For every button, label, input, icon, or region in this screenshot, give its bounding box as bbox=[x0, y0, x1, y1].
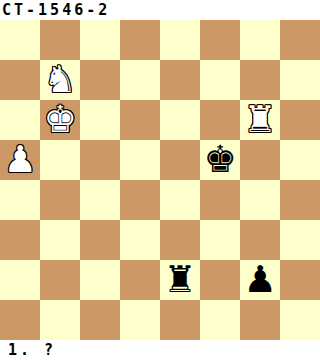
square-h2[interactable] bbox=[280, 260, 320, 300]
square-g7[interactable] bbox=[240, 60, 280, 100]
square-d4[interactable] bbox=[120, 180, 160, 220]
square-g6[interactable]: ♜ bbox=[240, 100, 280, 140]
square-c4[interactable] bbox=[80, 180, 120, 220]
square-c5[interactable] bbox=[80, 140, 120, 180]
square-c6[interactable] bbox=[80, 100, 120, 140]
square-f5[interactable]: ♚ bbox=[200, 140, 240, 180]
square-f4[interactable] bbox=[200, 180, 240, 220]
square-d3[interactable] bbox=[120, 220, 160, 260]
square-f1[interactable] bbox=[200, 300, 240, 340]
puzzle-id: CT-1546-2 bbox=[0, 0, 320, 20]
square-b1[interactable] bbox=[40, 300, 80, 340]
square-e5[interactable] bbox=[160, 140, 200, 180]
square-b7[interactable]: ♞ bbox=[40, 60, 80, 100]
move-prompt: 1. ? bbox=[0, 340, 320, 360]
square-b3[interactable] bbox=[40, 220, 80, 260]
square-c1[interactable] bbox=[80, 300, 120, 340]
square-f7[interactable] bbox=[200, 60, 240, 100]
square-h7[interactable] bbox=[280, 60, 320, 100]
square-h6[interactable] bbox=[280, 100, 320, 140]
square-g8[interactable] bbox=[240, 20, 280, 60]
piece-black-rook-e2[interactable]: ♜ bbox=[163, 260, 196, 300]
square-b5[interactable] bbox=[40, 140, 80, 180]
square-a1[interactable] bbox=[0, 300, 40, 340]
square-h1[interactable] bbox=[280, 300, 320, 340]
square-c3[interactable] bbox=[80, 220, 120, 260]
square-b4[interactable] bbox=[40, 180, 80, 220]
square-g3[interactable] bbox=[240, 220, 280, 260]
chess-board: ♞♚♜♟♚♜♟ bbox=[0, 20, 320, 340]
square-e3[interactable] bbox=[160, 220, 200, 260]
square-a2[interactable] bbox=[0, 260, 40, 300]
square-f2[interactable] bbox=[200, 260, 240, 300]
square-d2[interactable] bbox=[120, 260, 160, 300]
square-a7[interactable] bbox=[0, 60, 40, 100]
square-f6[interactable] bbox=[200, 100, 240, 140]
square-d7[interactable] bbox=[120, 60, 160, 100]
square-b2[interactable] bbox=[40, 260, 80, 300]
square-d5[interactable] bbox=[120, 140, 160, 180]
square-c8[interactable] bbox=[80, 20, 120, 60]
piece-white-pawn-a5[interactable]: ♟ bbox=[3, 140, 36, 180]
square-f8[interactable] bbox=[200, 20, 240, 60]
square-h3[interactable] bbox=[280, 220, 320, 260]
square-d6[interactable] bbox=[120, 100, 160, 140]
square-c2[interactable] bbox=[80, 260, 120, 300]
square-d8[interactable] bbox=[120, 20, 160, 60]
chess-puzzle-window: CT-1546-2 ♞♚♜♟♚♜♟ 1. ? bbox=[0, 0, 320, 360]
square-a3[interactable] bbox=[0, 220, 40, 260]
square-d1[interactable] bbox=[120, 300, 160, 340]
square-e2[interactable]: ♜ bbox=[160, 260, 200, 300]
piece-black-pawn-g2[interactable]: ♟ bbox=[243, 260, 276, 300]
square-h8[interactable] bbox=[280, 20, 320, 60]
square-g4[interactable] bbox=[240, 180, 280, 220]
square-c7[interactable] bbox=[80, 60, 120, 100]
square-b8[interactable] bbox=[40, 20, 80, 60]
square-a8[interactable] bbox=[0, 20, 40, 60]
square-b6[interactable]: ♚ bbox=[40, 100, 80, 140]
square-g1[interactable] bbox=[240, 300, 280, 340]
square-h5[interactable] bbox=[280, 140, 320, 180]
square-a6[interactable] bbox=[0, 100, 40, 140]
square-g2[interactable]: ♟ bbox=[240, 260, 280, 300]
square-h4[interactable] bbox=[280, 180, 320, 220]
piece-white-rook-g6[interactable]: ♜ bbox=[243, 100, 276, 140]
square-g5[interactable] bbox=[240, 140, 280, 180]
square-f3[interactable] bbox=[200, 220, 240, 260]
square-e6[interactable] bbox=[160, 100, 200, 140]
square-a4[interactable] bbox=[0, 180, 40, 220]
square-e7[interactable] bbox=[160, 60, 200, 100]
piece-white-king-b6[interactable]: ♚ bbox=[43, 100, 76, 140]
piece-black-king-f5[interactable]: ♚ bbox=[203, 140, 236, 180]
square-e1[interactable] bbox=[160, 300, 200, 340]
square-a5[interactable]: ♟ bbox=[0, 140, 40, 180]
square-e4[interactable] bbox=[160, 180, 200, 220]
square-e8[interactable] bbox=[160, 20, 200, 60]
piece-white-knight-b7[interactable]: ♞ bbox=[43, 60, 76, 100]
